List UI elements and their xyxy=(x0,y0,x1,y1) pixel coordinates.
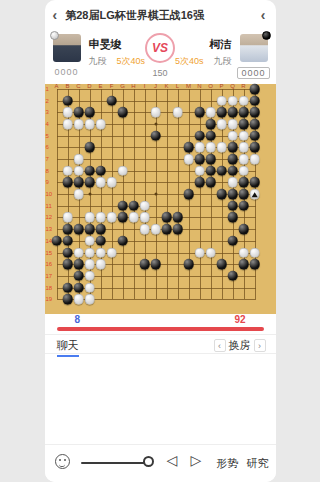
black-stone[interactable] xyxy=(238,189,249,200)
collapse-icon[interactable]: ‹ xyxy=(253,0,276,30)
room-next-icon[interactable]: › xyxy=(254,339,266,352)
white-stone[interactable] xyxy=(95,212,106,223)
black-stone[interactable] xyxy=(84,165,95,176)
black-stone[interactable] xyxy=(238,224,249,235)
row-label: 9 xyxy=(46,179,49,185)
black-stone[interactable] xyxy=(73,282,84,293)
column-label: N xyxy=(197,83,201,89)
row-label: 11 xyxy=(46,203,52,209)
app-screen: ‹ 第28届LG杯世界棋王战16强 ‹ 申旻埈 九段 5次40s 0000 VS… xyxy=(45,0,276,482)
prev-move-button[interactable]: ◁ xyxy=(167,452,178,468)
black-stone[interactable] xyxy=(117,236,128,247)
black-stone[interactable] xyxy=(62,282,73,293)
white-stone[interactable] xyxy=(183,154,194,165)
right-player-rank: 九段 xyxy=(214,55,232,68)
white-stone[interactable] xyxy=(73,154,84,165)
black-stone[interactable] xyxy=(84,177,95,188)
vs-badge: VS xyxy=(145,33,175,63)
row-label: 2 xyxy=(46,98,49,104)
row-label: 6 xyxy=(46,144,49,150)
right-player-byoyomi: 5次40s xyxy=(175,55,204,68)
left-player-byoyomi: 5次40s xyxy=(117,55,146,68)
black-stone[interactable] xyxy=(161,212,172,223)
black-stone[interactable] xyxy=(194,130,205,141)
column-label: E xyxy=(98,83,102,89)
black-stone[interactable] xyxy=(205,154,216,165)
white-stone[interactable] xyxy=(128,212,139,223)
black-stone[interactable] xyxy=(73,107,84,118)
black-stone[interactable] xyxy=(62,247,73,258)
black-stone[interactable] xyxy=(183,189,194,200)
player-bar: 申旻埈 九段 5次40s 0000 VS 150 柯洁 5次40s 九段 000… xyxy=(45,31,276,83)
black-stone[interactable] xyxy=(62,259,73,270)
black-stone[interactable] xyxy=(117,201,128,212)
room-switcher: ‹ 换房 › xyxy=(214,338,266,353)
black-stone[interactable] xyxy=(249,107,260,118)
black-stone[interactable] xyxy=(249,84,260,95)
white-stone[interactable] xyxy=(84,247,95,258)
black-stone[interactable] xyxy=(62,294,73,305)
white-stone[interactable] xyxy=(205,142,216,153)
column-label: P xyxy=(219,83,223,89)
black-stone[interactable] xyxy=(238,119,249,130)
black-stone[interactable] xyxy=(194,107,205,118)
black-stone[interactable] xyxy=(117,212,128,223)
black-stone[interactable] xyxy=(227,142,238,153)
white-stone[interactable] xyxy=(62,212,73,223)
black-stone[interactable] xyxy=(84,107,95,118)
row-label: 1 xyxy=(46,86,49,92)
chat-row: 聊天 ‹ 换房 › xyxy=(45,334,276,354)
white-stone[interactable] xyxy=(73,189,84,200)
white-stone[interactable] xyxy=(139,224,150,235)
title-bar: ‹ 第28届LG杯世界棋王战16强 ‹ xyxy=(45,0,276,30)
white-stone[interactable] xyxy=(73,247,84,258)
black-stone[interactable] xyxy=(84,142,95,153)
black-stone[interactable] xyxy=(62,236,73,247)
white-stone[interactable] xyxy=(227,95,238,106)
column-label: M xyxy=(186,83,191,89)
black-stone[interactable] xyxy=(227,271,238,282)
white-stone[interactable] xyxy=(227,119,238,130)
black-stone[interactable] xyxy=(73,177,84,188)
white-stone[interactable] xyxy=(84,212,95,223)
column-label: L xyxy=(176,83,179,89)
white-stone[interactable] xyxy=(95,119,106,130)
move-number: 150 xyxy=(152,68,167,78)
black-stone[interactable] xyxy=(62,177,73,188)
white-stone[interactable] xyxy=(84,119,95,130)
black-stone[interactable] xyxy=(249,142,260,153)
row-label: 3 xyxy=(46,109,49,115)
room-prev-icon[interactable]: ‹ xyxy=(214,339,226,352)
column-label: F xyxy=(110,83,114,89)
go-board[interactable]: ABCDEFGHIJKLMNOPQRS123456789101112131415… xyxy=(45,84,276,314)
black-stone[interactable] xyxy=(227,212,238,223)
room-switch-label[interactable]: 换房 xyxy=(229,338,251,353)
column-label: I xyxy=(144,83,146,89)
black-stone[interactable] xyxy=(216,189,227,200)
black-stone[interactable] xyxy=(117,107,128,118)
white-stone[interactable] xyxy=(216,142,227,153)
black-stone[interactable] xyxy=(106,95,117,106)
white-stone[interactable] xyxy=(238,247,249,258)
white-stone[interactable] xyxy=(95,247,106,258)
row-label: 12 xyxy=(46,214,53,220)
black-stone[interactable] xyxy=(238,201,249,212)
winrate-left-value: 8 xyxy=(75,314,81,325)
black-stone[interactable] xyxy=(194,154,205,165)
white-stone[interactable] xyxy=(194,247,205,258)
black-stone[interactable] xyxy=(249,95,260,106)
black-stone[interactable] xyxy=(84,224,95,235)
black-stone[interactable] xyxy=(249,259,260,270)
black-stone[interactable] xyxy=(249,177,260,188)
winrate-bar xyxy=(57,327,264,331)
page-title: 第28届LG杯世界棋王战16强 xyxy=(65,8,253,23)
tab-chat[interactable]: 聊天 xyxy=(57,338,79,357)
winrate-right-value: 92 xyxy=(234,314,245,325)
white-stone[interactable] xyxy=(106,212,117,223)
row-label: 4 xyxy=(46,121,49,127)
white-stone[interactable] xyxy=(95,259,106,270)
move-slider-knob[interactable] xyxy=(143,456,154,467)
black-stone[interactable] xyxy=(216,107,227,118)
white-stone[interactable] xyxy=(216,95,227,106)
black-stone[interactable] xyxy=(227,165,238,176)
column-label: K xyxy=(164,83,168,89)
white-stone[interactable] xyxy=(238,95,249,106)
research-button[interactable]: 研究 xyxy=(247,456,269,471)
black-stone[interactable] xyxy=(62,95,73,106)
hoshi-dot xyxy=(88,193,91,196)
black-stone[interactable] xyxy=(227,107,238,118)
white-stone[interactable] xyxy=(238,154,249,165)
white-stone[interactable] xyxy=(238,165,249,176)
white-stone[interactable] xyxy=(216,119,227,130)
white-stone[interactable] xyxy=(150,224,161,235)
white-stone[interactable] xyxy=(249,189,260,200)
row-label: 13 xyxy=(46,226,53,232)
left-player-name: 申旻埈 xyxy=(89,37,122,52)
column-label: O xyxy=(208,83,213,89)
white-stone[interactable] xyxy=(227,130,238,141)
black-stone[interactable] xyxy=(73,259,84,270)
last-move-marker xyxy=(252,192,258,197)
white-stone[interactable] xyxy=(249,247,260,258)
white-stone[interactable] xyxy=(62,119,73,130)
black-stone[interactable] xyxy=(227,201,238,212)
move-slider-track[interactable] xyxy=(81,462,147,464)
left-player-rank: 九段 xyxy=(89,55,107,68)
black-stone[interactable] xyxy=(238,259,249,270)
black-stone[interactable] xyxy=(73,271,84,282)
row-label: 15 xyxy=(46,250,53,256)
column-label: R xyxy=(241,83,245,89)
black-stone[interactable] xyxy=(183,259,194,270)
white-stone[interactable] xyxy=(227,177,238,188)
black-stone[interactable] xyxy=(249,130,260,141)
black-stone[interactable] xyxy=(205,177,216,188)
white-stone[interactable] xyxy=(238,142,249,153)
black-stone[interactable] xyxy=(128,201,139,212)
column-label: D xyxy=(87,83,91,89)
situation-button[interactable]: 形势 xyxy=(217,456,239,471)
black-stone[interactable] xyxy=(51,236,62,247)
white-stone[interactable] xyxy=(73,294,84,305)
column-label: G xyxy=(120,83,125,89)
white-stone[interactable] xyxy=(62,107,73,118)
white-stone[interactable] xyxy=(172,107,183,118)
back-icon[interactable]: ‹ xyxy=(45,0,66,30)
left-player-clock: 0000 xyxy=(55,67,79,77)
black-stone[interactable] xyxy=(216,165,227,176)
white-stone[interactable] xyxy=(84,271,95,282)
next-move-button[interactable]: ▷ xyxy=(191,452,202,468)
black-stone[interactable] xyxy=(161,224,172,235)
left-player-avatar[interactable] xyxy=(53,34,81,62)
white-stone[interactable] xyxy=(84,294,95,305)
white-stone[interactable] xyxy=(117,165,128,176)
column-label: H xyxy=(131,83,135,89)
black-stone[interactable] xyxy=(227,236,238,247)
column-label: A xyxy=(54,83,58,89)
row-label: 17 xyxy=(46,273,53,279)
white-stone[interactable] xyxy=(95,177,106,188)
black-stone[interactable] xyxy=(249,119,260,130)
black-stone[interactable] xyxy=(172,224,183,235)
white-stone[interactable] xyxy=(106,247,117,258)
right-player-clock: 0000 xyxy=(237,67,269,79)
row-label: 18 xyxy=(46,285,53,291)
white-stone[interactable] xyxy=(249,154,260,165)
right-player-avatar[interactable] xyxy=(240,34,268,62)
black-stone[interactable] xyxy=(95,236,106,247)
black-stone[interactable] xyxy=(73,224,84,235)
black-stone[interactable] xyxy=(205,130,216,141)
grid-line xyxy=(57,206,256,207)
white-stone[interactable] xyxy=(62,165,73,176)
column-label: B xyxy=(65,83,69,89)
black-stone[interactable] xyxy=(238,107,249,118)
black-stone[interactable] xyxy=(139,259,150,270)
white-stone[interactable] xyxy=(84,236,95,247)
black-stone[interactable] xyxy=(150,259,161,270)
white-stone[interactable] xyxy=(205,107,216,118)
white-stone[interactable] xyxy=(194,142,205,153)
black-stone[interactable] xyxy=(95,224,106,235)
black-stone[interactable] xyxy=(172,212,183,223)
white-stone[interactable] xyxy=(205,247,216,258)
row-label: 16 xyxy=(46,261,53,267)
row-label: 8 xyxy=(46,168,49,174)
black-stone[interactable] xyxy=(227,189,238,200)
winrate-row: 8 92 xyxy=(45,314,276,332)
grid-line xyxy=(57,89,256,90)
white-stone[interactable] xyxy=(84,282,95,293)
white-stone[interactable] xyxy=(106,177,117,188)
column-label: C xyxy=(76,83,80,89)
column-label: J xyxy=(154,83,157,89)
row-label: 10 xyxy=(46,191,53,197)
white-stone[interactable] xyxy=(139,212,150,223)
black-stone[interactable] xyxy=(216,259,227,270)
white-stone-icon xyxy=(50,31,59,40)
hoshi-dot xyxy=(154,123,157,126)
white-stone[interactable] xyxy=(150,107,161,118)
black-stone[interactable] xyxy=(238,177,249,188)
white-stone[interactable] xyxy=(84,259,95,270)
black-stone[interactable] xyxy=(183,142,194,153)
white-stone[interactable] xyxy=(238,130,249,141)
black-stone[interactable] xyxy=(227,154,238,165)
black-stone[interactable] xyxy=(205,119,216,130)
black-stone[interactable] xyxy=(205,165,216,176)
white-stone[interactable] xyxy=(73,119,84,130)
hoshi-dot xyxy=(154,193,157,196)
column-label: Q xyxy=(230,83,235,89)
white-stone[interactable] xyxy=(73,165,84,176)
vs-label: VS xyxy=(152,41,168,55)
grid-line xyxy=(57,159,256,160)
black-stone[interactable] xyxy=(62,224,73,235)
row-label: 19 xyxy=(46,296,53,302)
black-stone[interactable] xyxy=(150,130,161,141)
black-stone[interactable] xyxy=(95,165,106,176)
black-stone[interactable] xyxy=(194,177,205,188)
row-label: 5 xyxy=(46,133,49,139)
row-label: 7 xyxy=(46,156,49,162)
right-player-name: 柯洁 xyxy=(210,37,232,52)
bottom-toolbar: ◁ ▷ 形势 研究 xyxy=(45,444,276,482)
black-stone-icon xyxy=(262,31,271,40)
white-stone[interactable] xyxy=(139,201,150,212)
white-stone[interactable] xyxy=(194,165,205,176)
emoji-icon[interactable] xyxy=(55,454,70,469)
